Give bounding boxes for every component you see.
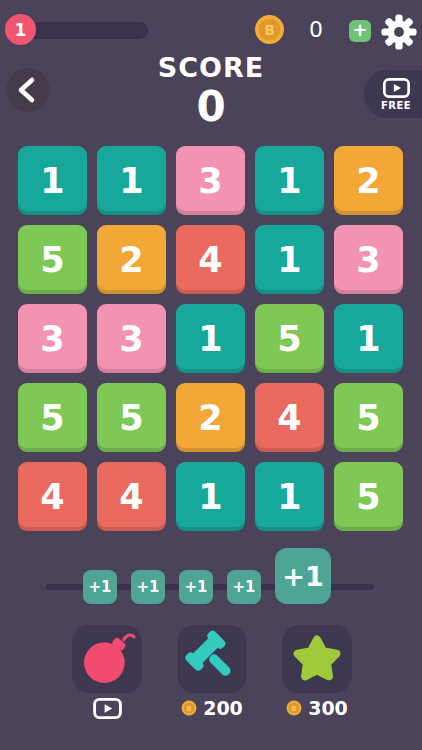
coin-icon: B: [286, 700, 302, 716]
tile-r5c3[interactable]: 1: [176, 462, 245, 531]
tile-r5c2[interactable]: 4: [97, 462, 166, 531]
score-value: 0: [0, 82, 422, 131]
plus-one-tile-5: +1: [275, 548, 331, 604]
coin-icon: B: [181, 700, 197, 716]
tile-r3c1[interactable]: 3: [18, 304, 87, 373]
tile-r4c2[interactable]: 5: [97, 383, 166, 452]
plus-one-tile-4: +1: [227, 570, 261, 604]
bomb-icon: [76, 628, 138, 690]
bomb-cost-label: [72, 696, 142, 720]
score-label: SCORE: [0, 52, 422, 83]
tile-r2c2[interactable]: 2: [97, 225, 166, 294]
upgrade-track: +1+1+1+1+1: [83, 548, 331, 604]
add-coins-button[interactable]: +: [349, 20, 371, 42]
tile-r2c1[interactable]: 5: [18, 225, 87, 294]
back-button[interactable]: [6, 68, 50, 112]
game-screen: 1 B 0 + SCORE 0: [0, 0, 422, 750]
tile-r1c5[interactable]: 2: [334, 146, 403, 215]
gear-icon: [380, 13, 418, 51]
level-progress-bar: [22, 22, 148, 39]
plus-one-tile-3: +1: [179, 570, 213, 604]
svg-text:B: B: [292, 705, 297, 713]
plus-one-tile-1: +1: [83, 570, 117, 604]
plus-one-tile-2: +1: [131, 570, 165, 604]
tile-r1c2[interactable]: 1: [97, 146, 166, 215]
tile-r3c3[interactable]: 1: [176, 304, 245, 373]
game-board: 1131252413331515524544115: [18, 146, 404, 531]
star-cost-label: B 300: [275, 696, 359, 720]
tile-r1c3[interactable]: 3: [176, 146, 245, 215]
video-play-icon: [383, 78, 410, 98]
coin-balance: 0: [296, 17, 336, 42]
hammer-powerup-button[interactable]: [177, 625, 247, 693]
tile-r4c4[interactable]: 4: [255, 383, 324, 452]
tile-r5c5[interactable]: 5: [334, 462, 403, 531]
hammer-cost-label: B 200: [170, 696, 254, 720]
coin-icon: B: [254, 14, 285, 45]
svg-text:B: B: [187, 705, 192, 713]
video-play-icon: [93, 698, 122, 719]
bomb-powerup-button[interactable]: [72, 625, 142, 693]
plus-icon: +: [352, 21, 367, 39]
svg-text:B: B: [264, 23, 274, 38]
star-cost: 300: [308, 697, 348, 719]
free-label: FREE: [381, 100, 411, 111]
tile-r5c1[interactable]: 4: [18, 462, 87, 531]
tile-r3c4[interactable]: 5: [255, 304, 324, 373]
star-icon: [286, 628, 348, 690]
level-number: 1: [15, 20, 27, 40]
tile-r4c1[interactable]: 5: [18, 383, 87, 452]
free-reward-button[interactable]: FREE: [364, 70, 422, 118]
tile-r3c2[interactable]: 3: [97, 304, 166, 373]
tile-r3c5[interactable]: 1: [334, 304, 403, 373]
star-powerup-button[interactable]: [282, 625, 352, 693]
tile-r4c5[interactable]: 5: [334, 383, 403, 452]
hammer-icon: [181, 628, 243, 690]
hammer-cost: 200: [203, 697, 243, 719]
tile-r5c4[interactable]: 1: [255, 462, 324, 531]
chevron-left-icon: [6, 68, 50, 112]
tile-r1c4[interactable]: 1: [255, 146, 324, 215]
tile-r4c3[interactable]: 2: [176, 383, 245, 452]
tile-r2c5[interactable]: 3: [334, 225, 403, 294]
tile-r2c3[interactable]: 4: [176, 225, 245, 294]
tile-r1c1[interactable]: 1: [18, 146, 87, 215]
settings-button[interactable]: [380, 13, 418, 51]
level-badge: 1: [5, 14, 36, 45]
tile-r2c4[interactable]: 1: [255, 225, 324, 294]
